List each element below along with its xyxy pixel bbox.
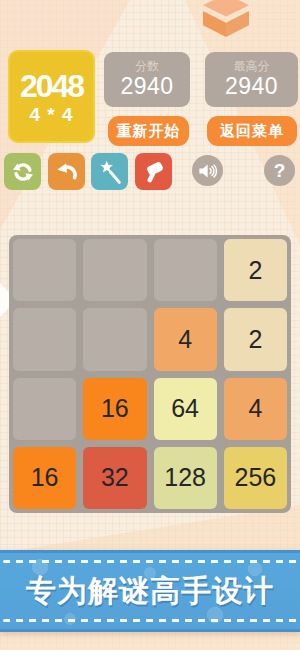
restart-button[interactable]: 重新开始 — [108, 116, 189, 146]
cell-r4-c2: 32 — [83, 447, 146, 509]
magic-wand-icon — [97, 159, 123, 185]
magic-wand-button[interactable] — [91, 153, 128, 190]
cell-r2-c1 — [13, 308, 76, 370]
help-button[interactable]: ? — [264, 155, 295, 186]
cell-r1-c2 — [83, 239, 146, 301]
app-screen: 2048 4 * 4 分数 2940 最高分 2940 重新开始 返回菜单 — [0, 0, 300, 650]
bg-cube-decoration — [203, 0, 249, 40]
refresh-button[interactable] — [4, 153, 41, 190]
cell-r3-c3: 64 — [154, 378, 217, 440]
hammer-button[interactable] — [135, 153, 172, 190]
cell-r4-c1: 16 — [13, 447, 76, 509]
score-panel: 分数 2940 — [104, 52, 190, 107]
banner-dashed-line-bottom — [3, 619, 297, 622]
help-icon: ? — [274, 160, 286, 182]
undo-button[interactable] — [48, 153, 85, 190]
cell-r4-c4: 256 — [224, 447, 287, 509]
banner-text: 专为解谜高手设计 — [26, 571, 274, 612]
back-to-menu-button[interactable]: 返回菜单 — [207, 116, 297, 146]
best-score-panel: 最高分 2940 — [205, 52, 298, 107]
undo-icon — [54, 159, 80, 185]
cell-r4-c3: 128 — [154, 447, 217, 509]
cell-r3-c4: 4 — [224, 378, 287, 440]
best-score-label: 最高分 — [234, 60, 270, 73]
promo-banner: 专为解谜高手设计 — [0, 550, 300, 632]
cell-r3-c1 — [13, 378, 76, 440]
score-label: 分数 — [135, 60, 159, 73]
cell-r2-c4: 2 — [224, 308, 287, 370]
cell-r1-c4: 2 — [224, 239, 287, 301]
speaker-icon — [197, 160, 219, 182]
cell-r3-c2: 16 — [83, 378, 146, 440]
game-board[interactable]: 2 4 2 16 64 4 16 32 128 256 — [9, 235, 291, 513]
bg-strip-under-banner — [0, 630, 300, 650]
cell-r1-c1 — [13, 239, 76, 301]
hammer-icon — [141, 159, 167, 185]
sound-toggle-button[interactable] — [192, 155, 223, 186]
banner-dashed-line-top — [3, 560, 297, 563]
cell-r2-c2 — [83, 308, 146, 370]
cell-r1-c3 — [154, 239, 217, 301]
score-value: 2940 — [120, 74, 173, 99]
best-score-value: 2940 — [225, 74, 278, 99]
logo-title: 2048 — [20, 70, 83, 102]
cell-r2-c3: 4 — [154, 308, 217, 370]
game-logo: 2048 4 * 4 — [8, 50, 95, 143]
refresh-icon — [10, 159, 36, 185]
logo-subtitle: 4 * 4 — [29, 105, 73, 124]
